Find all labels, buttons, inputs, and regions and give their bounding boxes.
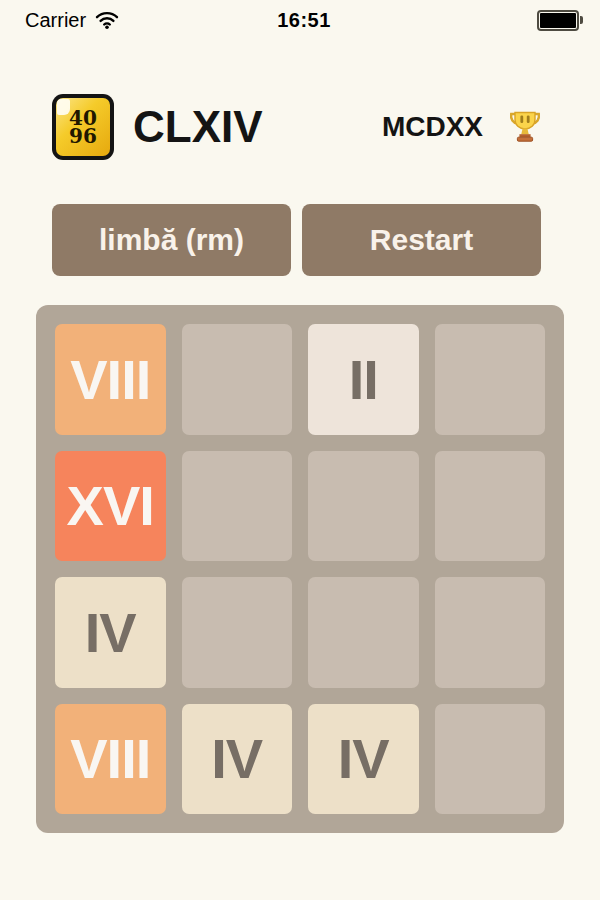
- empty-cell-r3c3: [435, 704, 546, 815]
- tile-4-r3c2: IV: [308, 704, 419, 815]
- battery-full-icon: [537, 10, 583, 31]
- tile-4-r3c1: IV: [182, 704, 293, 815]
- tile-8-r0c0: VIII: [55, 324, 166, 435]
- empty-cell-r0c1: [182, 324, 293, 435]
- tile-8-r3c0: VIII: [55, 704, 166, 815]
- icon-shine: [57, 99, 70, 115]
- header: 40 96 CLXIV MCDXX: [0, 94, 600, 160]
- tile-4-r2c0: IV: [55, 577, 166, 688]
- empty-cell-r1c3: [435, 451, 546, 562]
- trophy-icon: [508, 110, 542, 144]
- current-score: CLXIV: [133, 102, 263, 152]
- best-score: MCDXX: [382, 111, 483, 143]
- empty-cell-r1c2: [308, 451, 419, 562]
- empty-cell-r2c2: [308, 577, 419, 688]
- status-bar: Carrier 16:51: [0, 0, 600, 36]
- board[interactable]: VIIIIIXVIIVVIIIIVIV: [36, 305, 564, 833]
- empty-cell-r0c3: [435, 324, 546, 435]
- tile-2-r0c2: II: [308, 324, 419, 435]
- empty-cell-r1c1: [182, 451, 293, 562]
- wifi-icon: [95, 11, 119, 29]
- carrier-label: Carrier: [25, 9, 86, 32]
- empty-cell-r2c1: [182, 577, 293, 688]
- empty-cell-r2c3: [435, 577, 546, 688]
- app-logo-icon: 40 96: [52, 94, 114, 160]
- app-icon-line-2: 96: [69, 127, 97, 145]
- tile-16-r1c0: XVI: [55, 451, 166, 562]
- language-button[interactable]: limbă (rm): [52, 204, 291, 276]
- status-time: 16:51: [277, 9, 331, 32]
- restart-button[interactable]: Restart: [302, 204, 541, 276]
- controls-row: limbă (rm) Restart: [52, 204, 541, 276]
